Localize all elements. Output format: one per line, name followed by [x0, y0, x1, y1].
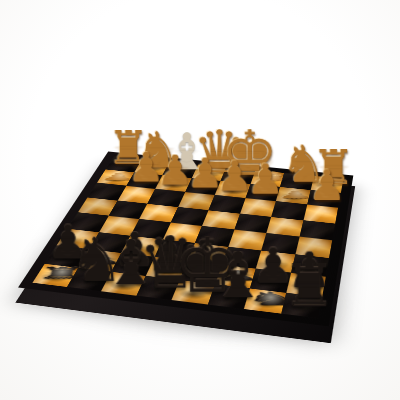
board-square: [228, 230, 266, 251]
board-square: [202, 210, 240, 229]
black-pawn: ♟: [216, 270, 252, 281]
piece-contact-shadow: [160, 181, 185, 189]
piece-contact-shadow: [139, 165, 164, 173]
piece-contact-shadow: [177, 289, 207, 301]
black-rook: ♜: [35, 267, 73, 280]
piece-contact-shadow: [110, 162, 135, 170]
white-pawn: ♟: [276, 191, 308, 199]
piece-contact-shadow: [39, 272, 70, 283]
chess-board: ♜♞♝♛♚♝♞♜♟♟♟♟♟♟♟♟♟♟♟♟♟♟♟♟♜♞♝♛♚♝♞♜: [18, 152, 353, 327]
piece-contact-shadow: [189, 184, 214, 192]
board-square: [261, 233, 299, 254]
piece-contact-shadow: [84, 257, 114, 268]
piece-contact-shadow: [219, 187, 244, 195]
board-square: [195, 226, 234, 247]
board-square: ♜: [281, 292, 322, 318]
white-bishop: ♝: [164, 132, 193, 173]
white-knight: ♞: [281, 144, 311, 185]
white-pawn: ♟: [99, 173, 130, 181]
board-square: [299, 220, 335, 240]
product-photo: ♜♞♝♛♚♝♞♜♟♟♟♟♟♟♟♟♟♟♟♟♟♟♟♟♜♞♝♛♚♝♞♜: [0, 0, 400, 400]
piece-contact-shadow: [314, 182, 338, 190]
piece-contact-shadow: [196, 170, 221, 178]
board-square: [154, 239, 195, 261]
board-square: ♝: [207, 284, 250, 309]
board-square: ♞: [244, 288, 286, 313]
piece-contact-shadow: [250, 190, 275, 198]
piece-contact-shadow: [284, 179, 308, 187]
piece-contact-shadow: [220, 273, 249, 284]
white-rook: ♜: [311, 149, 341, 188]
white-knight: ♞: [136, 130, 165, 170]
piece-contact-shadow: [255, 277, 284, 289]
piece-contact-shadow: [185, 269, 214, 280]
piece-contact-shadow: [167, 168, 192, 176]
board-square: ♛: [136, 276, 180, 300]
piece-contact-shadow: [249, 297, 279, 309]
piece-contact-shadow: [102, 175, 127, 183]
piece-contact-shadow: [142, 284, 172, 296]
black-king: ♚: [173, 236, 210, 297]
white-rook: ♜: [107, 130, 136, 167]
white-bishop: ♝: [250, 172, 281, 182]
piece-contact-shadow: [51, 253, 81, 264]
board-square: [303, 205, 338, 224]
piece-contact-shadow: [213, 293, 243, 305]
black-knight: ♞: [244, 291, 282, 306]
white-queen: ♛: [193, 129, 223, 176]
piece-contact-shadow: [291, 281, 320, 293]
piece-contact-shadow: [255, 176, 279, 184]
piece-contact-shadow: [286, 302, 316, 314]
piece-contact-shadow: [131, 178, 156, 186]
board-square: ♜: [32, 264, 77, 287]
black-pawn: ♟: [80, 254, 116, 264]
piece-contact-shadow: [311, 196, 336, 205]
board-square: [234, 213, 271, 233]
board-square: [130, 219, 170, 239]
board-square: [266, 217, 303, 237]
piece-contact-shadow: [225, 173, 249, 181]
piece-contact-shadow: [280, 193, 305, 202]
white-king: ♚: [222, 129, 252, 179]
board-squares: ♜♞♝♛♚♝♞♜♟♟♟♟♟♟♟♟♟♟♟♟♟♟♟♟♜♞♝♛♚♝♞♜: [32, 156, 343, 318]
piece-contact-shadow: [73, 276, 104, 287]
piece-contact-shadow: [151, 265, 180, 276]
piece-contact-shadow: [117, 261, 146, 272]
piece-contact-shadow: [107, 280, 138, 292]
